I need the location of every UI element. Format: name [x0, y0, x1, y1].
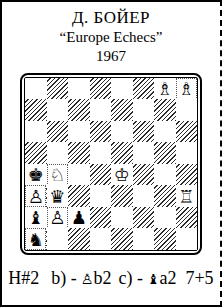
square-h2 — [176, 207, 198, 229]
square-f1 — [133, 228, 155, 250]
square-d5 — [90, 142, 112, 164]
square-a4: ♚ — [25, 164, 47, 186]
piece-bB-a2: ♝ — [28, 208, 44, 227]
square-e8 — [111, 78, 133, 100]
square-d4 — [90, 164, 112, 186]
square-e1 — [111, 228, 133, 250]
square-g4 — [154, 164, 176, 186]
twin-c: c) -♝a2 — [118, 268, 176, 289]
square-g2 — [154, 207, 176, 229]
square-h6 — [176, 121, 198, 143]
square-a5 — [25, 142, 47, 164]
square-e5 — [111, 142, 133, 164]
square-g1 — [154, 228, 176, 250]
square-g6 — [154, 121, 176, 143]
piece-wK-e4: ♔ — [114, 165, 130, 184]
square-f5 — [133, 142, 155, 164]
square-a8 — [25, 78, 47, 100]
square-h1 — [176, 228, 198, 250]
square-a7 — [25, 99, 47, 121]
square-g5 — [154, 142, 176, 164]
piece-wR-h3: ♖ — [178, 187, 194, 206]
author-name: Д. БОЙЕР — [60, 7, 163, 28]
piece-count: 7+5 — [185, 268, 213, 289]
twin-b: b) -♙b2 — [51, 268, 111, 289]
piece-bN-a1: ♞ — [25, 228, 46, 250]
square-b7 — [47, 99, 69, 121]
twin-c-square: a2 — [159, 268, 176, 289]
square-c1 — [68, 228, 90, 250]
square-g8: ♗ — [154, 78, 176, 100]
chess-problem-diagram: Д. БОЙЕР “Europe Echecs” 1967 ♗♗♚♘♔♙♛♖♝♙… — [0, 0, 222, 307]
square-c2: ♟ — [68, 207, 90, 229]
piece-bP-c2: ♟ — [71, 208, 87, 227]
square-c6 — [68, 121, 90, 143]
square-h7 — [176, 99, 198, 121]
black-bishop-figurine-icon: ♝ — [147, 271, 160, 287]
square-c5 — [68, 142, 90, 164]
stipulation-caption: H#2 b) -♙b2 c) -♝a2 7+5 — [8, 268, 213, 289]
square-a6 — [25, 121, 47, 143]
source-publication: “Europe Echecs” — [60, 28, 163, 47]
square-f6 — [133, 121, 155, 143]
square-h5 — [176, 142, 198, 164]
twin-b-square: b2 — [93, 268, 111, 289]
square-h8: ♗ — [176, 78, 198, 100]
piece-wN-b4: ♘ — [47, 164, 68, 186]
square-e4: ♔ — [111, 164, 133, 186]
piece-wP-a3: ♙ — [25, 185, 46, 207]
square-f2 — [133, 207, 155, 229]
square-d1 — [90, 228, 112, 250]
square-c7 — [68, 99, 90, 121]
square-f8 — [133, 78, 155, 100]
white-pawn-figurine-icon: ♙ — [81, 271, 94, 287]
square-c8 — [68, 78, 90, 100]
chess-board: ♗♗♚♘♔♙♛♖♝♙♟♞ — [24, 77, 198, 251]
square-b5 — [47, 142, 69, 164]
square-e2 — [111, 207, 133, 229]
square-b6 — [47, 121, 69, 143]
square-e7 — [111, 99, 133, 121]
square-h3: ♖ — [176, 185, 198, 207]
square-f3 — [133, 185, 155, 207]
square-d6 — [90, 121, 112, 143]
chess-board-frame: ♗♗♚♘♔♙♛♖♝♙♟♞ — [20, 73, 202, 255]
square-c3 — [68, 185, 90, 207]
square-f4 — [133, 164, 155, 186]
square-f7 — [133, 99, 155, 121]
square-b4: ♘ — [47, 164, 69, 186]
piece-wB-g8: ♗ — [157, 79, 173, 98]
square-d8 — [90, 78, 112, 100]
square-a1: ♞ — [25, 228, 47, 250]
square-h4 — [176, 164, 198, 186]
square-d3 — [90, 185, 112, 207]
square-e3 — [111, 185, 133, 207]
stipulation: H#2 — [8, 268, 39, 289]
piece-wB-h8: ♗ — [176, 78, 197, 100]
square-d7 — [90, 99, 112, 121]
piece-wP-b2: ♙ — [47, 207, 68, 229]
square-d2 — [90, 207, 112, 229]
square-b8 — [47, 78, 69, 100]
square-a2: ♝ — [25, 207, 47, 229]
square-b2: ♙ — [47, 207, 69, 229]
publication-year: 1967 — [60, 47, 163, 66]
square-a3: ♙ — [25, 185, 47, 207]
square-e6 — [111, 121, 133, 143]
square-b3: ♛ — [47, 185, 69, 207]
twin-b-prefix: b) - — [51, 268, 77, 289]
square-b1 — [47, 228, 69, 250]
piece-bQ-b3: ♛ — [49, 187, 65, 206]
problem-header: Д. БОЙЕР “Europe Echecs” 1967 — [60, 7, 163, 66]
piece-bK-a4: ♚ — [28, 165, 44, 184]
square-g7 — [154, 99, 176, 121]
square-c4 — [68, 164, 90, 186]
square-g3 — [154, 185, 176, 207]
twin-c-prefix: c) - — [118, 268, 142, 289]
